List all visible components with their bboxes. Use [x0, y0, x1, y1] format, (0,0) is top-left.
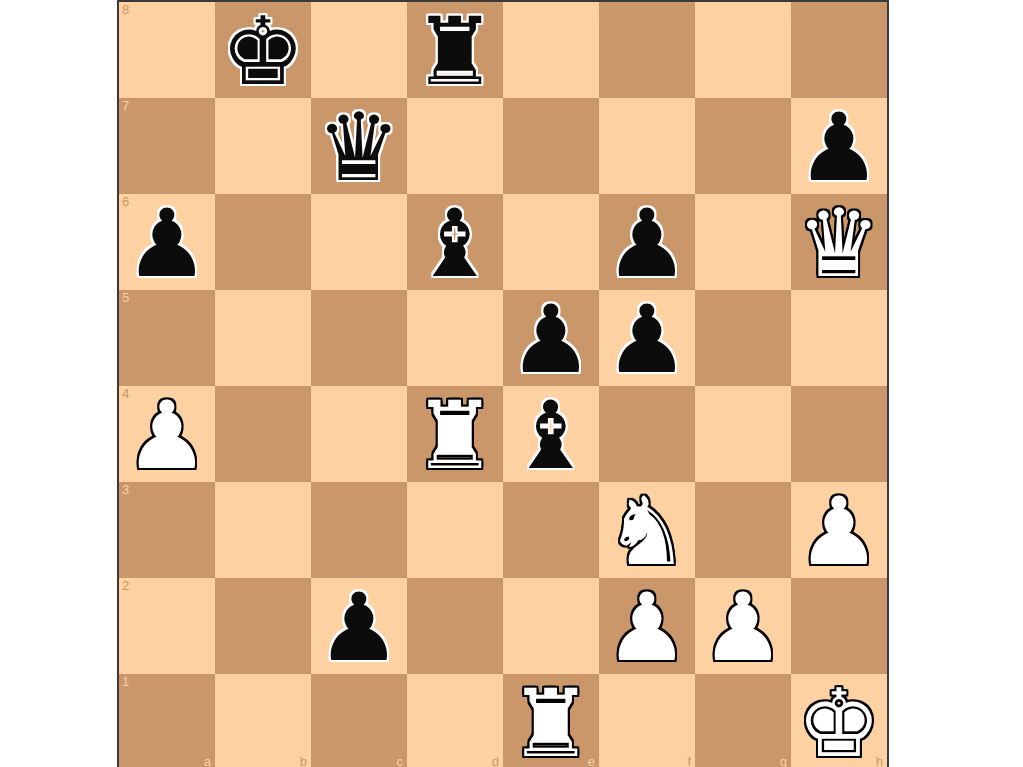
- file-label-d: d: [492, 754, 499, 767]
- square-a7[interactable]: 7: [119, 98, 215, 194]
- piece-black-pawn-icon[interactable]: ♟: [599, 194, 695, 290]
- square-f7[interactable]: [599, 98, 695, 194]
- square-h7[interactable]: ♟: [791, 98, 887, 194]
- piece-white-knight-icon[interactable]: ♞: [599, 482, 695, 578]
- rank-label-8: 8: [122, 2, 129, 17]
- piece-black-pawn-icon[interactable]: ♟: [791, 98, 887, 194]
- piece-black-pawn-icon[interactable]: ♟: [503, 290, 599, 386]
- square-h6[interactable]: ♛: [791, 194, 887, 290]
- square-c7[interactable]: ♛: [311, 98, 407, 194]
- square-d2[interactable]: [407, 578, 503, 674]
- square-d4[interactable]: ♜: [407, 386, 503, 482]
- square-d7[interactable]: [407, 98, 503, 194]
- piece-black-queen-icon[interactable]: ♛: [311, 98, 407, 194]
- square-g4[interactable]: [695, 386, 791, 482]
- square-c1[interactable]: c: [311, 674, 407, 767]
- square-e5[interactable]: ♟: [503, 290, 599, 386]
- rank-label-1: 1: [122, 674, 129, 689]
- square-c6[interactable]: [311, 194, 407, 290]
- page: 8♚♜7♛♟6♟♝♟♛5♟♟4♟♜♝3♞♟2♟♟♟1abcde♜fgh♚: [0, 0, 1023, 767]
- piece-black-pawn-icon[interactable]: ♟: [119, 194, 215, 290]
- square-h3[interactable]: ♟: [791, 482, 887, 578]
- square-a4[interactable]: 4♟: [119, 386, 215, 482]
- square-e8[interactable]: [503, 2, 599, 98]
- file-label-b: b: [300, 754, 307, 767]
- chess-board[interactable]: 8♚♜7♛♟6♟♝♟♛5♟♟4♟♜♝3♞♟2♟♟♟1abcde♜fgh♚: [117, 0, 889, 767]
- square-f6[interactable]: ♟: [599, 194, 695, 290]
- square-e2[interactable]: [503, 578, 599, 674]
- square-a3[interactable]: 3: [119, 482, 215, 578]
- square-g2[interactable]: ♟: [695, 578, 791, 674]
- square-e4[interactable]: ♝: [503, 386, 599, 482]
- piece-white-rook-icon[interactable]: ♜: [407, 386, 503, 482]
- square-h8[interactable]: [791, 2, 887, 98]
- square-g7[interactable]: [695, 98, 791, 194]
- square-g8[interactable]: [695, 2, 791, 98]
- square-b6[interactable]: [215, 194, 311, 290]
- piece-white-pawn-icon[interactable]: ♟: [695, 578, 791, 674]
- file-label-a: a: [204, 754, 211, 767]
- square-h5[interactable]: [791, 290, 887, 386]
- square-d8[interactable]: ♜: [407, 2, 503, 98]
- piece-white-king-icon[interactable]: ♚: [791, 674, 887, 767]
- piece-black-pawn-icon[interactable]: ♟: [311, 578, 407, 674]
- square-b1[interactable]: b: [215, 674, 311, 767]
- square-h2[interactable]: [791, 578, 887, 674]
- square-c5[interactable]: [311, 290, 407, 386]
- square-a1[interactable]: 1a: [119, 674, 215, 767]
- square-f2[interactable]: ♟: [599, 578, 695, 674]
- piece-black-pawn-icon[interactable]: ♟: [599, 290, 695, 386]
- square-d1[interactable]: d: [407, 674, 503, 767]
- square-a5[interactable]: 5: [119, 290, 215, 386]
- square-b4[interactable]: [215, 386, 311, 482]
- piece-black-bishop-icon[interactable]: ♝: [503, 386, 599, 482]
- square-c4[interactable]: [311, 386, 407, 482]
- square-h4[interactable]: [791, 386, 887, 482]
- piece-white-pawn-icon[interactable]: ♟: [791, 482, 887, 578]
- square-d6[interactable]: ♝: [407, 194, 503, 290]
- square-g3[interactable]: [695, 482, 791, 578]
- rank-label-2: 2: [122, 578, 129, 593]
- square-g1[interactable]: g: [695, 674, 791, 767]
- square-b2[interactable]: [215, 578, 311, 674]
- piece-white-queen-icon[interactable]: ♛: [791, 194, 887, 290]
- square-b8[interactable]: ♚: [215, 2, 311, 98]
- rank-label-3: 3: [122, 482, 129, 497]
- piece-white-rook-icon[interactable]: ♜: [503, 674, 599, 767]
- square-f4[interactable]: [599, 386, 695, 482]
- square-b3[interactable]: [215, 482, 311, 578]
- rank-label-7: 7: [122, 98, 129, 113]
- square-a6[interactable]: 6♟: [119, 194, 215, 290]
- piece-white-pawn-icon[interactable]: ♟: [119, 386, 215, 482]
- square-b5[interactable]: [215, 290, 311, 386]
- square-g5[interactable]: [695, 290, 791, 386]
- square-a2[interactable]: 2: [119, 578, 215, 674]
- square-c8[interactable]: [311, 2, 407, 98]
- square-h1[interactable]: h♚: [791, 674, 887, 767]
- rank-label-5: 5: [122, 290, 129, 305]
- square-e3[interactable]: [503, 482, 599, 578]
- piece-black-king-icon[interactable]: ♚: [215, 2, 311, 98]
- square-e7[interactable]: [503, 98, 599, 194]
- square-e1[interactable]: e♜: [503, 674, 599, 767]
- file-label-f: f: [687, 754, 691, 767]
- square-f3[interactable]: ♞: [599, 482, 695, 578]
- square-f5[interactable]: ♟: [599, 290, 695, 386]
- piece-black-rook-icon[interactable]: ♜: [407, 2, 503, 98]
- square-c2[interactable]: ♟: [311, 578, 407, 674]
- square-a8[interactable]: 8: [119, 2, 215, 98]
- file-label-g: g: [780, 754, 787, 767]
- square-b7[interactable]: [215, 98, 311, 194]
- file-label-c: c: [397, 754, 404, 767]
- square-f8[interactable]: [599, 2, 695, 98]
- piece-black-bishop-icon[interactable]: ♝: [407, 194, 503, 290]
- square-d3[interactable]: [407, 482, 503, 578]
- square-f1[interactable]: f: [599, 674, 695, 767]
- square-e6[interactable]: [503, 194, 599, 290]
- square-c3[interactable]: [311, 482, 407, 578]
- square-d5[interactable]: [407, 290, 503, 386]
- square-g6[interactable]: [695, 194, 791, 290]
- piece-white-pawn-icon[interactable]: ♟: [599, 578, 695, 674]
